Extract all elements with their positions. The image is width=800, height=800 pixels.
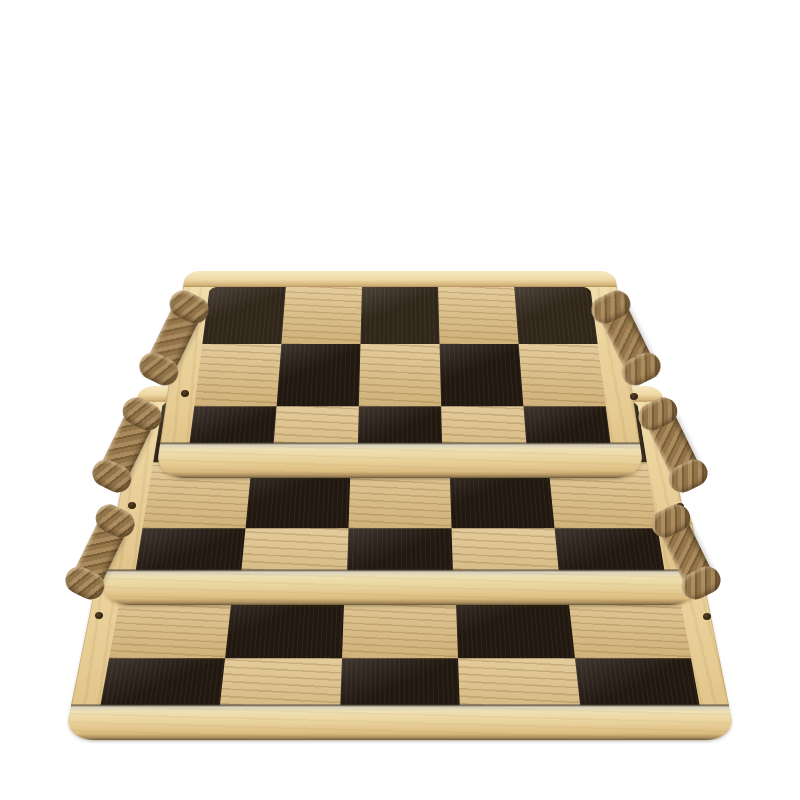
dark-square: [514, 287, 598, 344]
dark-square: [202, 287, 286, 344]
light-square: [519, 344, 606, 406]
tray-set-photo: [0, 0, 800, 800]
tray-medium-front-rail: [100, 570, 700, 605]
dark-square: [360, 287, 439, 344]
light-square: [438, 287, 519, 344]
wood-knot: [703, 613, 711, 620]
dark-square: [440, 344, 524, 406]
tray-small: [155, 271, 645, 478]
wood-knot: [630, 393, 638, 400]
tray-large-front-rail: [64, 705, 736, 740]
wood-knot: [128, 502, 136, 509]
light-square: [194, 344, 281, 406]
tray-small-back-rail: [183, 271, 617, 287]
wood-knot: [95, 612, 103, 619]
wood-knot: [181, 390, 189, 397]
light-square: [359, 344, 441, 406]
tray-small-front-rail: [155, 443, 645, 478]
dark-square: [277, 344, 361, 406]
light-square: [281, 287, 362, 344]
